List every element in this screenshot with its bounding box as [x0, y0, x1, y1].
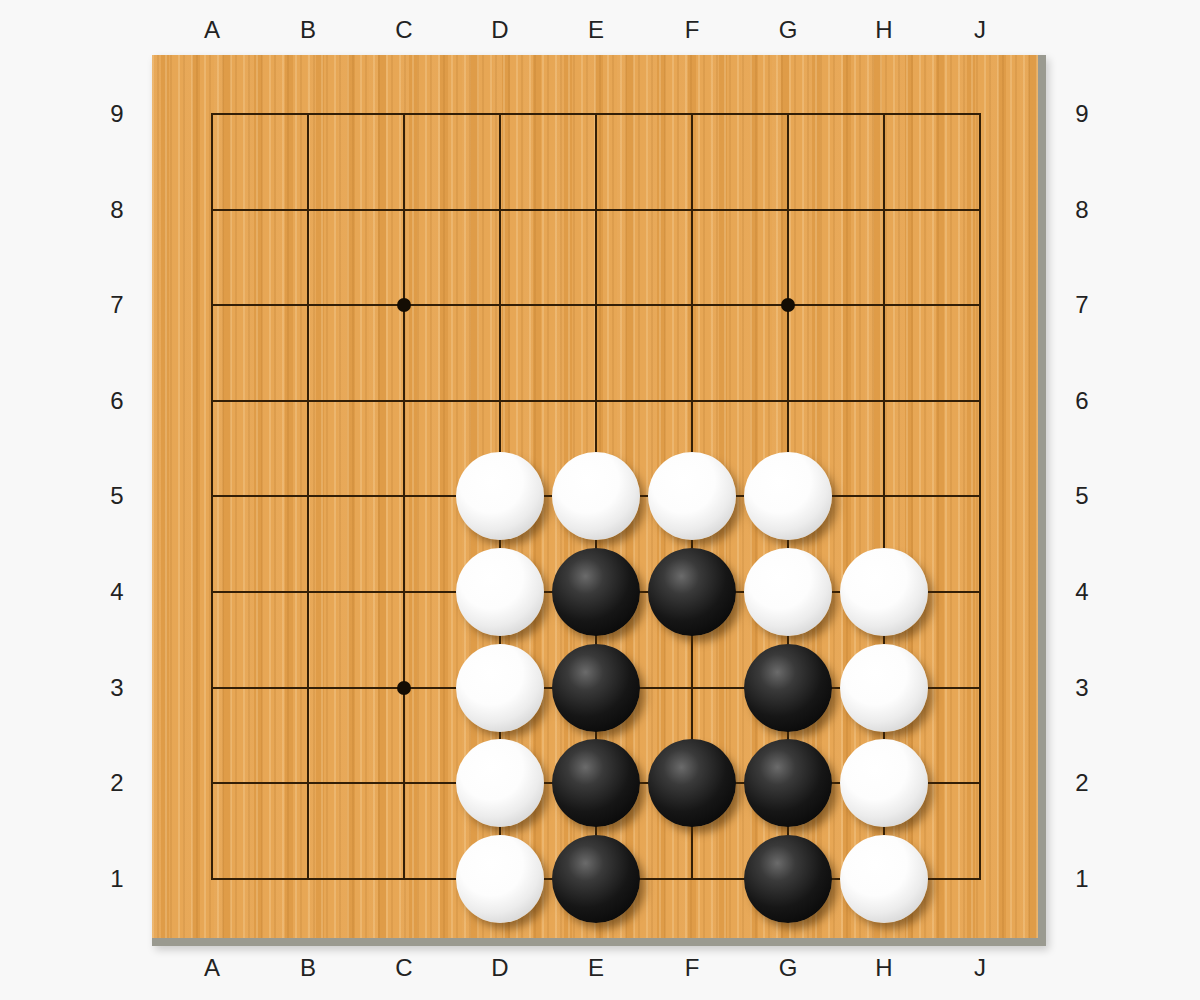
black-stone-glyph: ●: [744, 835, 832, 923]
white-stone-glyph: ○: [744, 452, 832, 540]
stone-white[interactable]: ○: [456, 739, 544, 827]
white-stone-glyph: ○: [840, 644, 928, 732]
row-label-left: 8: [110, 196, 123, 224]
row-label-right: 6: [1075, 387, 1088, 415]
column-label-top: H: [875, 16, 892, 44]
column-label-bottom: D: [491, 954, 508, 982]
stone-white[interactable]: ○: [456, 452, 544, 540]
column-label-bottom: C: [395, 954, 412, 982]
stone-black[interactable]: ●: [552, 548, 640, 636]
stone-black[interactable]: ●: [648, 739, 736, 827]
white-stone-glyph: ○: [552, 452, 640, 540]
column-label-top: J: [974, 16, 986, 44]
column-label-top: E: [588, 16, 604, 44]
column-label-top: B: [300, 16, 316, 44]
stone-black[interactable]: ●: [552, 739, 640, 827]
column-label-top: C: [395, 16, 412, 44]
row-label-right: 5: [1075, 482, 1088, 510]
white-stone-glyph: ○: [456, 452, 544, 540]
column-label-bottom: E: [588, 954, 604, 982]
stone-white[interactable]: ○: [840, 835, 928, 923]
stone-white[interactable]: ○: [648, 452, 736, 540]
row-label-right: 1: [1075, 865, 1088, 893]
star-point: [397, 681, 411, 695]
grid-line-vertical: [979, 113, 981, 880]
white-stone-glyph: ○: [456, 739, 544, 827]
row-label-left: 7: [110, 291, 123, 319]
column-label-bottom: B: [300, 954, 316, 982]
stone-white[interactable]: ○: [840, 548, 928, 636]
stone-black[interactable]: ●: [744, 739, 832, 827]
white-stone-glyph: ○: [456, 835, 544, 923]
black-stone-glyph: ●: [552, 644, 640, 732]
column-label-bottom: G: [779, 954, 798, 982]
grid-line-vertical: [403, 113, 405, 880]
row-label-right: 9: [1075, 100, 1088, 128]
row-label-left: 1: [110, 865, 123, 893]
column-label-top: G: [779, 16, 798, 44]
row-label-right: 8: [1075, 196, 1088, 224]
column-label-top: F: [685, 16, 700, 44]
white-stone-glyph: ○: [840, 739, 928, 827]
row-label-right: 7: [1075, 291, 1088, 319]
page: ○○○○○●●○○○●●○○●●●○○●●○AABBCCDDEEFFGGHHJJ…: [0, 0, 1200, 1000]
row-label-left: 9: [110, 100, 123, 128]
black-stone-glyph: ●: [552, 835, 640, 923]
black-stone-glyph: ●: [552, 548, 640, 636]
stone-white[interactable]: ○: [552, 452, 640, 540]
column-label-top: A: [204, 16, 220, 44]
row-label-right: 3: [1075, 674, 1088, 702]
black-stone-glyph: ●: [552, 739, 640, 827]
row-label-right: 2: [1075, 769, 1088, 797]
stone-black[interactable]: ●: [744, 644, 832, 732]
column-label-bottom: A: [204, 954, 220, 982]
black-stone-glyph: ●: [648, 548, 736, 636]
stone-black[interactable]: ●: [648, 548, 736, 636]
column-label-bottom: J: [974, 954, 986, 982]
column-label-top: D: [491, 16, 508, 44]
stone-white[interactable]: ○: [456, 835, 544, 923]
white-stone-glyph: ○: [648, 452, 736, 540]
stone-black[interactable]: ●: [552, 835, 640, 923]
stone-black[interactable]: ●: [744, 835, 832, 923]
grid-line-vertical: [307, 113, 309, 880]
black-stone-glyph: ●: [744, 739, 832, 827]
black-stone-glyph: ●: [744, 644, 832, 732]
white-stone-glyph: ○: [744, 548, 832, 636]
stone-white[interactable]: ○: [744, 452, 832, 540]
white-stone-glyph: ○: [840, 548, 928, 636]
white-stone-glyph: ○: [456, 548, 544, 636]
row-label-left: 3: [110, 674, 123, 702]
row-label-left: 6: [110, 387, 123, 415]
stone-white[interactable]: ○: [744, 548, 832, 636]
stone-white[interactable]: ○: [840, 644, 928, 732]
row-label-right: 4: [1075, 578, 1088, 606]
column-label-bottom: H: [875, 954, 892, 982]
row-label-left: 5: [110, 482, 123, 510]
stone-white[interactable]: ○: [456, 548, 544, 636]
row-label-left: 4: [110, 578, 123, 606]
stone-white[interactable]: ○: [840, 739, 928, 827]
stone-white[interactable]: ○: [456, 644, 544, 732]
white-stone-glyph: ○: [456, 644, 544, 732]
column-label-bottom: F: [685, 954, 700, 982]
grid-line-vertical: [211, 113, 213, 880]
stone-black[interactable]: ●: [552, 644, 640, 732]
white-stone-glyph: ○: [840, 835, 928, 923]
black-stone-glyph: ●: [648, 739, 736, 827]
row-label-left: 2: [110, 769, 123, 797]
